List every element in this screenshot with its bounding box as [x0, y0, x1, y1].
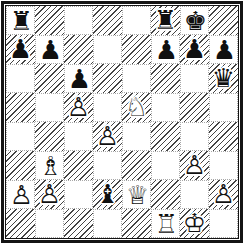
square-c5: ♟♙ — [64, 93, 93, 122]
square-h8 — [209, 6, 238, 35]
square-h3 — [209, 151, 238, 180]
piece-black-queen: ♛♛ — [209, 64, 238, 93]
square-g7: ♟♟ — [180, 35, 209, 64]
piece-black-pawn: ♟♟ — [152, 36, 181, 65]
square-g5 — [180, 93, 209, 122]
square-d3 — [93, 151, 122, 180]
square-b1 — [35, 209, 64, 238]
square-a8: ♜♜ — [6, 6, 35, 35]
square-c3 — [64, 151, 93, 180]
piece-glyph: ♟ — [6, 35, 35, 64]
piece-white-rook: ♜♖ — [152, 210, 181, 239]
piece-white-pawn: ♟♙ — [35, 180, 64, 209]
square-e4 — [122, 122, 151, 151]
piece-black-pawn: ♟♟ — [180, 35, 209, 64]
piece-glyph: ♙ — [7, 181, 36, 210]
piece-glyph: ♙ — [35, 180, 64, 209]
square-b8 — [35, 6, 64, 35]
piece-black-pawn: ♟♟ — [65, 65, 94, 94]
piece-glyph: ♟ — [36, 36, 65, 65]
square-h6: ♛♛ — [209, 64, 238, 93]
square-c4 — [64, 122, 93, 151]
square-d4: ♟♙ — [93, 122, 122, 151]
square-c6: ♟♟ — [64, 64, 93, 93]
square-b3: ♝♗ — [35, 151, 64, 180]
piece-white-pawn: ♟♙ — [180, 151, 209, 180]
square-d6 — [93, 64, 122, 93]
square-h2: ♟♙ — [209, 180, 238, 209]
piece-glyph: ♜ — [7, 7, 36, 36]
piece-glyph: ♛ — [209, 64, 238, 93]
piece-black-pawn: ♟♟ — [36, 36, 65, 65]
piece-black-pawn: ♟♟ — [6, 35, 35, 64]
square-a6 — [6, 64, 35, 93]
square-a3 — [6, 151, 35, 180]
square-f7: ♟♟ — [151, 35, 180, 64]
piece-glyph: ♙ — [64, 93, 93, 122]
square-f3 — [151, 151, 180, 180]
square-e5: ♞♘ — [122, 93, 151, 122]
piece-black-rook: ♜♜ — [7, 7, 36, 36]
square-g6 — [180, 64, 209, 93]
square-a1 — [6, 209, 35, 238]
piece-glyph: ♔ — [180, 209, 209, 238]
square-b6 — [35, 64, 64, 93]
square-f4 — [151, 122, 180, 151]
square-a4 — [6, 122, 35, 151]
piece-glyph: ♙ — [209, 180, 238, 209]
piece-white-pawn: ♟♙ — [7, 181, 36, 210]
square-f8: ♜♜ — [151, 6, 180, 35]
piece-white-king: ♚♔ — [180, 209, 209, 238]
square-e8 — [122, 6, 151, 35]
square-c8 — [64, 6, 93, 35]
square-b5 — [35, 93, 64, 122]
square-e7 — [122, 35, 151, 64]
square-d8 — [93, 6, 122, 35]
piece-glyph: ♜ — [151, 6, 180, 35]
piece-black-bishop: ♝♝ — [93, 180, 122, 209]
square-h5 — [209, 93, 238, 122]
square-e6 — [122, 64, 151, 93]
square-e3 — [122, 151, 151, 180]
piece-glyph: ♙ — [180, 151, 209, 180]
piece-white-pawn: ♟♙ — [93, 122, 122, 151]
piece-black-king: ♚♚ — [181, 7, 210, 36]
chess-board-frame: ♜♜♜♜♚♚♟♟♟♟♟♟♟♟♟♟♟♟♛♛♟♙♞♘♟♙♝♗♟♙♟♙♟♙♝♝♛♕♟♙… — [1, 1, 243, 243]
piece-white-queen: ♛♕ — [123, 181, 152, 210]
square-d1 — [93, 209, 122, 238]
piece-glyph: ♖ — [152, 210, 181, 239]
piece-glyph: ♕ — [123, 181, 152, 210]
square-b2: ♟♙ — [35, 180, 64, 209]
square-g1: ♚♔ — [180, 209, 209, 238]
page: ♜♜♜♜♚♚♟♟♟♟♟♟♟♟♟♟♟♟♛♛♟♙♞♘♟♙♝♗♟♙♟♙♟♙♝♝♛♕♟♙… — [0, 0, 243, 243]
square-e1 — [122, 209, 151, 238]
chess-board: ♜♜♜♜♚♚♟♟♟♟♟♟♟♟♟♟♟♟♛♛♟♙♞♘♟♙♝♗♟♙♟♙♟♙♝♝♛♕♟♙… — [6, 6, 238, 238]
square-a2: ♟♙ — [6, 180, 35, 209]
square-d2: ♝♝ — [93, 180, 122, 209]
piece-white-knight: ♞♘ — [122, 93, 151, 122]
square-h7: ♟♟ — [209, 35, 238, 64]
square-g2 — [180, 180, 209, 209]
piece-white-pawn: ♟♙ — [209, 180, 238, 209]
square-c7 — [64, 35, 93, 64]
square-f2 — [151, 180, 180, 209]
piece-glyph: ♙ — [93, 122, 122, 151]
square-h1 — [209, 209, 238, 238]
square-f1: ♜♖ — [151, 209, 180, 238]
piece-white-bishop: ♝♗ — [36, 152, 65, 181]
square-f5 — [151, 93, 180, 122]
square-d5 — [93, 93, 122, 122]
piece-black-rook: ♜♜ — [151, 6, 180, 35]
piece-black-pawn: ♟♟ — [210, 36, 239, 65]
piece-glyph: ♗ — [36, 152, 65, 181]
piece-glyph: ♘ — [122, 93, 151, 122]
square-b4 — [35, 122, 64, 151]
piece-glyph: ♟ — [180, 35, 209, 64]
square-a7: ♟♟ — [6, 35, 35, 64]
piece-white-pawn: ♟♙ — [64, 93, 93, 122]
piece-glyph: ♝ — [93, 180, 122, 209]
square-g4 — [180, 122, 209, 151]
square-g3: ♟♙ — [180, 151, 209, 180]
square-a5 — [6, 93, 35, 122]
square-f6 — [151, 64, 180, 93]
piece-glyph: ♟ — [210, 36, 239, 65]
piece-glyph: ♚ — [181, 7, 210, 36]
chess-board-inner: ♜♜♜♜♚♚♟♟♟♟♟♟♟♟♟♟♟♟♛♛♟♙♞♘♟♙♝♗♟♙♟♙♟♙♝♝♛♕♟♙… — [5, 5, 239, 239]
square-c2 — [64, 180, 93, 209]
square-e2: ♛♕ — [122, 180, 151, 209]
square-d7 — [93, 35, 122, 64]
piece-glyph: ♟ — [152, 36, 181, 65]
piece-glyph: ♟ — [65, 65, 94, 94]
square-g8: ♚♚ — [180, 6, 209, 35]
square-b7: ♟♟ — [35, 35, 64, 64]
square-h4 — [209, 122, 238, 151]
square-c1 — [64, 209, 93, 238]
